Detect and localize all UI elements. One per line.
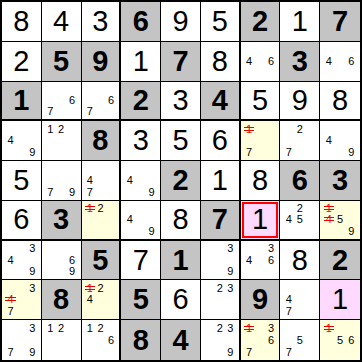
candidate-2: 2 [214,282,225,294]
solved-digit: 1 [292,7,308,36]
candidate-9: 9 [225,266,236,278]
candidate-grid: 49 [2,121,41,160]
cell-r8c9[interactable]: 1 [320,280,360,320]
given-digit: 5 [133,285,149,314]
given-digit: 3 [53,205,69,234]
cell-r3c1[interactable]: 1 [2,82,42,122]
solved-digit: 4 [53,7,69,36]
candidate-7: 7 [45,186,56,198]
cell-r3c8[interactable]: 9 [280,82,320,122]
cell-r5c7[interactable]: 8 [241,161,281,201]
candidate-4: 4 [283,294,294,306]
candidate-4: 4 [85,175,96,187]
candidate-grid: 69 [42,241,81,280]
cell-r5c1[interactable]: 5 [2,161,42,201]
candidate-9: 9 [346,225,357,236]
candidate-4: 4 [124,175,135,187]
candidate-9: 9 [67,186,78,198]
cell-r6c3[interactable]: 12 [82,201,122,241]
cell-r5c5[interactable]: 2 [161,161,201,201]
candidate-7: 7 [244,346,255,358]
given-digit: 3 [292,47,308,76]
candidate-6: 6 [106,334,117,346]
cell-r8c7[interactable]: 9 [241,280,281,320]
given-digit: 1 [172,246,188,275]
given-digit: 2 [133,86,149,115]
candidate-grid: 49 [121,161,160,200]
solved-digit: 3 [92,7,108,36]
solved-digit: 1 [252,205,268,234]
cell-r1c7[interactable]: 2 [241,2,281,42]
cell-r5c3[interactable]: 47 [82,161,122,201]
cell-r9c2[interactable]: 12 [42,320,82,360]
solved-digit: 7 [133,246,149,275]
candidate-grid: 49 [121,201,160,239]
cell-r8c8[interactable]: 47 [280,280,320,320]
candidate-3: 3 [27,243,38,255]
cell-r7c3[interactable]: 5 [82,241,122,281]
cell-r5c4[interactable]: 49 [121,161,161,201]
candidate-2: 2 [214,322,225,334]
cell-r2c4[interactable]: 1 [121,42,161,82]
given-digit: 3 [332,166,348,195]
candidate-7: 7 [45,106,56,117]
cell-r4c2[interactable]: 12 [42,121,82,161]
candidate-2: 2 [56,322,67,334]
solved-digit: 6 [13,205,29,234]
candidate-9: 9 [27,266,38,278]
candidate-grid: 39 [201,241,239,280]
cell-r6c2[interactable]: 3 [42,201,82,241]
cell-r4c9[interactable]: 49 [320,121,360,161]
candidate-grid: 46 [320,42,360,81]
candidate-5: 5 [334,214,345,225]
candidate-2: 2 [95,322,106,334]
cell-r5c9[interactable]: 3 [320,161,360,201]
candidate-9: 9 [27,346,38,358]
candidate-4: 4 [5,135,16,147]
candidate-grid: 379 [2,320,41,360]
candidate-grid: 12 [82,201,120,239]
candidate-6: 6 [346,55,357,67]
cell-r8c2[interactable]: 8 [42,280,82,320]
candidate-2: 2 [294,123,305,135]
cell-r2c3[interactable]: 9 [82,42,122,82]
candidate-grid: 17 [241,121,280,160]
candidate-2: 2 [95,203,106,214]
given-digit: 4 [212,86,228,115]
candidate-3: 3 [27,282,38,294]
candidate-4: 4 [5,254,16,266]
cell-r1c2[interactable]: 4 [42,2,82,42]
candidate-7: 7 [244,147,255,159]
cell-r6c6[interactable]: 7 [201,201,241,241]
cell-r9c8[interactable]: 57 [280,320,320,360]
solved-digit: 9 [292,86,308,115]
given-digit: 1 [13,86,29,115]
candidate-grid: 49 [320,121,360,160]
candidate-6: 6 [346,334,357,346]
cell-r2c5[interactable]: 7 [161,42,201,82]
cell-r9c4[interactable]: 8 [121,320,161,360]
cell-r5c8[interactable]: 6 [280,161,320,201]
cell-r7c7[interactable]: 346 [241,241,281,281]
candidate-grid: 347 [2,280,41,319]
candidate-grid: 67 [82,82,120,120]
candidate-7: 7 [85,186,96,198]
candidate-grid: 346 [241,241,280,280]
cell-r6c5[interactable]: 8 [161,201,201,241]
eliminated-candidate-1: 1 [85,203,96,214]
candidate-3: 3 [266,322,277,334]
candidate-3: 3 [225,282,236,294]
candidate-4: 4 [85,294,96,306]
cell-r8c3[interactable]: 124 [82,280,122,320]
solved-digit: 8 [292,246,308,275]
cell-r4c4[interactable]: 3 [121,121,161,161]
candidate-9: 9 [146,225,157,236]
cell-r1c8[interactable]: 1 [280,2,320,42]
cell-r9c1[interactable]: 379 [2,320,42,360]
cell-r9c3[interactable]: 126 [82,320,122,360]
candidate-4: 4 [283,214,294,225]
cell-r7c8[interactable]: 8 [280,241,320,281]
candidate-grid: 23 [201,280,239,319]
candidate-grid: 239 [201,320,239,360]
solved-digit: 1 [133,47,149,76]
given-digit: 8 [53,285,69,314]
candidate-3: 3 [225,243,236,255]
cell-r4c5[interactable]: 5 [161,121,201,161]
given-digit: 6 [292,166,308,195]
given-digit: 7 [172,47,188,76]
candidate-6: 6 [67,254,78,266]
cell-r4c8[interactable]: 27 [280,121,320,161]
candidate-4: 4 [244,254,255,266]
cell-r3c3[interactable]: 67 [82,82,122,122]
cell-r4c1[interactable]: 49 [2,121,42,161]
given-digit: 5 [53,47,69,76]
candidate-grid: 67 [42,82,81,120]
cell-r2c7[interactable]: 46 [241,42,281,82]
cell-r4c6[interactable]: 6 [201,121,241,161]
given-digit: 2 [172,166,188,195]
candidate-grid: 126 [82,320,120,360]
solved-digit: 8 [13,7,29,36]
candidate-2: 2 [95,282,106,294]
solved-digit: 8 [332,86,348,115]
cell-r7c9[interactable]: 2 [320,241,360,281]
given-digit: 2 [252,7,268,36]
eliminated-candidate-1: 1 [244,322,255,334]
cell-r1c5[interactable]: 9 [161,2,201,42]
cell-r1c9[interactable]: 7 [320,2,360,42]
cell-r8c6[interactable]: 23 [201,280,241,320]
given-digit: 6 [133,7,149,36]
cell-r2c9[interactable]: 46 [320,42,360,82]
cell-r9c7[interactable]: 1367 [241,320,281,360]
candidate-9: 9 [346,147,357,159]
candidate-4: 4 [244,55,255,67]
given-digit: 2 [332,246,348,275]
candidate-9: 9 [67,266,78,278]
solved-digit: 8 [212,47,228,76]
cell-r4c3[interactable]: 8 [82,121,122,161]
cell-r2c6[interactable]: 8 [201,42,241,82]
candidate-grid: 46 [241,42,280,81]
candidate-grid: 12 [42,121,81,160]
cell-r8c4[interactable]: 5 [121,280,161,320]
candidate-4: 4 [124,214,135,225]
candidate-7: 7 [85,106,96,117]
cell-r9c5[interactable]: 4 [161,320,201,360]
eliminated-candidate-4: 4 [323,214,334,225]
candidate-grid: 27 [280,121,319,160]
cell-r5c2[interactable]: 79 [42,161,82,201]
candidate-3: 3 [27,322,38,334]
solved-digit: 5 [13,166,29,195]
given-digit: 9 [252,285,268,314]
cell-r3c9[interactable]: 8 [320,82,360,122]
cell-r4c7[interactable]: 17 [241,121,281,161]
cell-r1c4[interactable]: 6 [121,2,161,42]
cell-r7c5[interactable]: 1 [161,241,201,281]
candidate-1: 1 [45,123,56,135]
solved-digit: 8 [252,166,268,195]
candidate-grid: 1367 [241,320,280,360]
eliminated-candidate-4: 4 [5,294,16,306]
cell-r6c4[interactable]: 49 [121,201,161,241]
candidate-5: 5 [334,334,345,346]
cell-r3c5[interactable]: 3 [161,82,201,122]
given-digit: 5 [92,246,108,275]
cell-r6c1[interactable]: 6 [2,201,42,241]
cell-r3c6[interactable]: 4 [201,82,241,122]
solved-digit: 5 [212,7,228,36]
given-digit: 9 [92,47,108,76]
eliminated-candidate-1: 1 [244,123,255,135]
candidate-9: 9 [225,346,236,358]
given-digit: 8 [133,326,149,355]
cell-r2c2[interactable]: 5 [42,42,82,82]
given-digit: 8 [92,126,108,155]
solved-digit: 1 [212,166,228,195]
cell-r7c1[interactable]: 349 [2,241,42,281]
cell-r3c4[interactable]: 2 [121,82,161,122]
cell-r6c8[interactable]: 245 [280,201,320,241]
candidate-grid: 156 [320,320,360,360]
solved-digit: 6 [172,285,188,314]
solved-digit: 5 [252,86,268,115]
candidate-5: 5 [294,334,305,346]
candidate-6: 6 [67,95,78,106]
candidate-9: 9 [27,147,38,159]
cell-r3c2[interactable]: 67 [42,82,82,122]
given-digit: 7 [212,205,228,234]
cell-r8c1[interactable]: 347 [2,280,42,320]
cell-r7c6[interactable]: 39 [201,241,241,281]
candidate-grid: 245 [280,201,319,239]
candidate-1: 1 [85,322,96,334]
candidate-7: 7 [5,346,16,358]
solved-digit: 3 [172,86,188,115]
candidate-7: 7 [283,346,294,358]
cell-r8c5[interactable]: 6 [161,280,201,320]
given-digit: 4 [172,326,188,355]
eliminated-candidate-1: 1 [85,282,96,294]
candidate-1: 1 [45,322,56,334]
cell-r1c6[interactable]: 5 [201,2,241,42]
candidate-2: 2 [56,123,67,135]
cell-r7c2[interactable]: 69 [42,241,82,281]
cell-r6c7[interactable]: 1 [241,201,281,241]
cell-r3c7[interactable]: 5 [241,82,281,122]
candidate-3: 3 [266,243,277,255]
candidate-6: 6 [266,254,277,266]
candidate-7: 7 [283,147,294,159]
candidate-9: 9 [146,186,157,198]
solved-digit: 1 [332,285,348,314]
candidate-6: 6 [266,55,277,67]
candidate-4: 4 [323,55,334,67]
cell-r5c6[interactable]: 1 [201,161,241,201]
cell-r1c1[interactable]: 8 [2,2,42,42]
candidate-grid: 79 [42,161,81,200]
cell-r6c9[interactable]: 1459 [320,201,360,241]
candidate-6: 6 [106,95,117,106]
solved-digit: 5 [172,126,188,155]
candidate-grid: 47 [82,161,120,200]
cell-r2c8[interactable]: 3 [280,42,320,82]
candidate-grid: 47 [280,280,319,319]
solved-digit: 8 [172,205,188,234]
candidate-4: 4 [323,135,334,147]
given-digit: 7 [332,7,348,36]
candidate-6: 6 [266,334,277,346]
eliminated-candidate-1: 1 [323,322,334,334]
cell-r7c4[interactable]: 7 [121,241,161,281]
solved-digit: 6 [212,126,228,155]
cell-r2c1[interactable]: 2 [2,42,42,82]
sudoku-board: 8436952172591784634616767234598491283561… [0,0,362,362]
candidate-grid: 1459 [320,201,360,239]
candidate-7: 7 [5,306,16,318]
candidate-grid: 12 [42,320,81,360]
candidate-3: 3 [225,322,236,334]
candidate-grid: 349 [2,241,41,280]
candidate-5: 5 [294,214,305,225]
solved-digit: 2 [13,47,29,76]
cell-r1c3[interactable]: 3 [82,2,122,42]
solved-digit: 3 [133,126,149,155]
candidate-grid: 57 [280,320,319,360]
solved-digit: 9 [172,7,188,36]
cell-r9c6[interactable]: 239 [201,320,241,360]
candidate-7: 7 [283,306,294,318]
cell-r9c9[interactable]: 156 [320,320,360,360]
candidate-grid: 124 [82,280,120,319]
